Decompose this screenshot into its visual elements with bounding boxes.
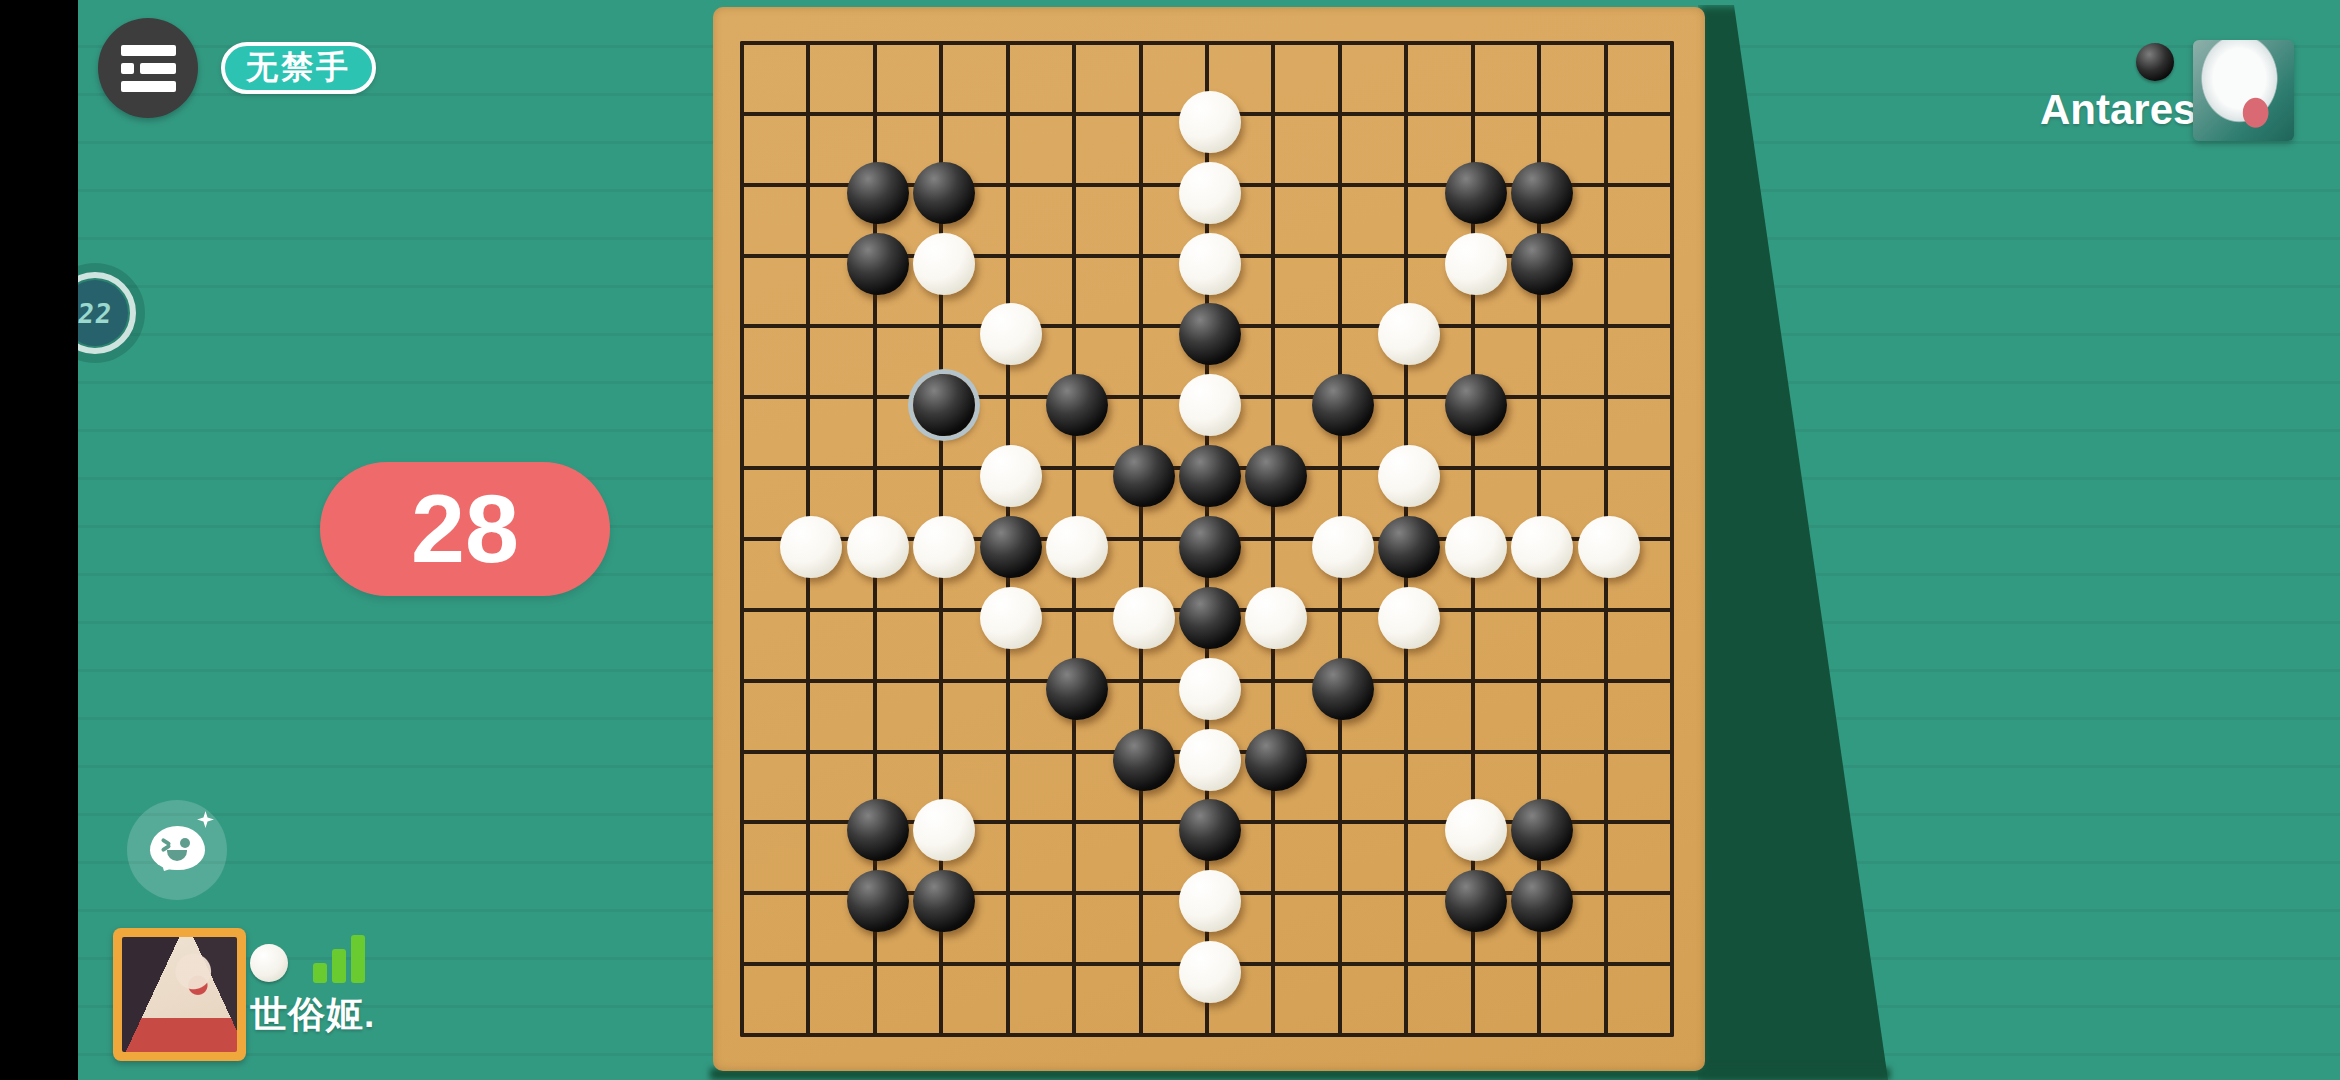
white-stone bbox=[1179, 162, 1241, 224]
hamburger-menu-icon bbox=[121, 81, 176, 92]
black-stone bbox=[847, 233, 909, 295]
player-avatar[interactable] bbox=[113, 928, 246, 1061]
white-stone bbox=[980, 587, 1042, 649]
black-stone bbox=[1179, 799, 1241, 861]
white-stone bbox=[1445, 799, 1507, 861]
player-avatar-image bbox=[122, 937, 237, 1052]
white-stone bbox=[1511, 516, 1573, 578]
black-stone bbox=[1511, 870, 1573, 932]
white-stone-icon bbox=[250, 944, 288, 982]
white-stone bbox=[780, 516, 842, 578]
signal-bar bbox=[332, 949, 346, 983]
grid-line bbox=[1670, 41, 1674, 1037]
white-stone bbox=[1179, 91, 1241, 153]
white-stone bbox=[980, 445, 1042, 507]
black-stone bbox=[1113, 729, 1175, 791]
black-stone bbox=[1312, 374, 1374, 436]
black-stone bbox=[913, 870, 975, 932]
black-stone bbox=[1046, 658, 1108, 720]
black-stone bbox=[1179, 587, 1241, 649]
white-stone bbox=[913, 233, 975, 295]
grid-line bbox=[740, 1033, 1674, 1037]
white-stone bbox=[1179, 729, 1241, 791]
black-stone bbox=[1179, 303, 1241, 365]
rule-badge: 无禁手 bbox=[221, 42, 376, 94]
chat-button[interactable] bbox=[127, 800, 227, 900]
menu-button[interactable] bbox=[98, 18, 198, 118]
black-stone bbox=[847, 870, 909, 932]
black-stone bbox=[1511, 233, 1573, 295]
white-stone bbox=[1312, 516, 1374, 578]
black-stone bbox=[1445, 374, 1507, 436]
screen-notch-bar bbox=[0, 0, 78, 1080]
white-stone bbox=[1378, 303, 1440, 365]
white-stone bbox=[1113, 587, 1175, 649]
opponent-name: Antares bbox=[2040, 86, 2175, 134]
white-stone bbox=[1245, 587, 1307, 649]
black-stone bbox=[1179, 516, 1241, 578]
black-stone bbox=[1445, 162, 1507, 224]
black-stone-icon bbox=[2136, 43, 2174, 81]
black-stone bbox=[1378, 516, 1440, 578]
black-stone bbox=[980, 516, 1042, 578]
white-stone bbox=[1378, 445, 1440, 507]
white-stone bbox=[1578, 516, 1640, 578]
opponent-avatar[interactable] bbox=[2193, 40, 2294, 141]
hamburger-menu-icon bbox=[121, 45, 176, 56]
white-stone bbox=[980, 303, 1042, 365]
white-stone bbox=[913, 516, 975, 578]
white-stone bbox=[913, 799, 975, 861]
black-stone-last-move bbox=[913, 374, 975, 436]
white-stone bbox=[1179, 941, 1241, 1003]
player-name: 世俗姬. bbox=[250, 990, 375, 1040]
black-stone bbox=[1113, 445, 1175, 507]
sparkle-icon bbox=[197, 811, 214, 828]
white-stone bbox=[1179, 870, 1241, 932]
black-stone bbox=[847, 799, 909, 861]
black-stone bbox=[1179, 445, 1241, 507]
black-stone bbox=[847, 162, 909, 224]
chat-emoji-icon bbox=[150, 826, 205, 870]
black-stone bbox=[1511, 162, 1573, 224]
move-timer-pill: 28 bbox=[320, 462, 610, 596]
hamburger-menu-icon bbox=[140, 63, 176, 74]
white-stone bbox=[1445, 233, 1507, 295]
signal-bar bbox=[313, 963, 327, 983]
white-stone bbox=[1179, 658, 1241, 720]
signal-bars-icon bbox=[313, 933, 371, 983]
black-stone bbox=[1245, 729, 1307, 791]
black-stone bbox=[1046, 374, 1108, 436]
white-stone bbox=[1445, 516, 1507, 578]
black-stone bbox=[1511, 799, 1573, 861]
white-stone bbox=[1179, 233, 1241, 295]
side-timer-value: 22 bbox=[76, 298, 114, 329]
black-stone bbox=[1245, 445, 1307, 507]
round-eye-icon bbox=[180, 838, 190, 848]
gomoku-board[interactable] bbox=[713, 7, 1705, 1071]
white-stone bbox=[1046, 516, 1108, 578]
white-stone bbox=[847, 516, 909, 578]
white-stone bbox=[1179, 374, 1241, 436]
white-stone bbox=[1378, 587, 1440, 649]
black-stone bbox=[913, 162, 975, 224]
grid-line bbox=[1271, 41, 1275, 1037]
black-stone bbox=[1312, 658, 1374, 720]
smile-mouth-icon bbox=[167, 850, 187, 861]
hamburger-menu-icon bbox=[121, 63, 134, 74]
black-stone bbox=[1445, 870, 1507, 932]
signal-bar bbox=[351, 935, 365, 983]
